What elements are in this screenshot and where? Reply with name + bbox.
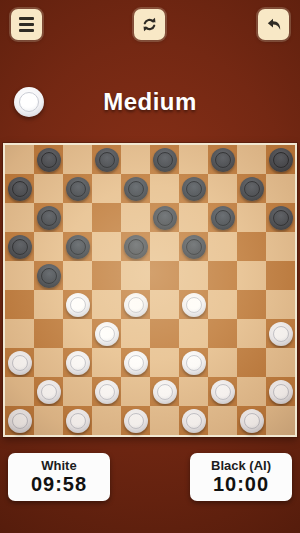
square-30[interactable]	[237, 290, 266, 319]
square-38[interactable]	[121, 348, 150, 377]
square-34[interactable]	[208, 319, 237, 348]
light-square	[92, 348, 121, 377]
light-square	[150, 174, 179, 203]
light-square	[121, 319, 150, 348]
light-square	[34, 174, 63, 203]
light-square	[208, 232, 237, 261]
hamburger-icon	[19, 17, 34, 32]
square-43[interactable]	[150, 377, 179, 406]
light-square	[92, 232, 121, 261]
light-square	[237, 377, 266, 406]
black-man[interactable]	[37, 206, 61, 230]
black-man[interactable]	[37, 148, 61, 172]
white-man[interactable]	[182, 351, 206, 375]
square-35[interactable]	[266, 319, 295, 348]
black-man[interactable]	[182, 177, 206, 201]
square-46[interactable]	[5, 406, 34, 435]
square-14[interactable]	[208, 203, 237, 232]
square-15[interactable]	[266, 203, 295, 232]
square-13[interactable]	[150, 203, 179, 232]
square-21[interactable]	[34, 261, 63, 290]
board-frame	[3, 143, 297, 437]
light-square	[63, 377, 92, 406]
white-man[interactable]	[182, 409, 206, 433]
difficulty-title: Medium	[0, 88, 300, 116]
square-33[interactable]	[150, 319, 179, 348]
white-clock-label: White	[41, 459, 76, 473]
light-square	[150, 232, 179, 261]
square-10[interactable]	[237, 174, 266, 203]
square-6[interactable]	[5, 174, 34, 203]
white-man[interactable]	[269, 380, 293, 404]
black-man[interactable]	[182, 235, 206, 259]
white-clock: White 09:58	[8, 453, 110, 501]
checkers-board	[5, 145, 295, 435]
square-48[interactable]	[121, 406, 150, 435]
square-4[interactable]	[208, 145, 237, 174]
square-31[interactable]	[34, 319, 63, 348]
black-man[interactable]	[153, 206, 177, 230]
undo-arrow-icon	[264, 15, 284, 35]
square-37[interactable]	[63, 348, 92, 377]
square-11[interactable]	[34, 203, 63, 232]
light-square	[34, 348, 63, 377]
app-background: Medium White 09:58 Black (AI) 10:00	[0, 0, 300, 533]
light-square	[179, 261, 208, 290]
light-square	[63, 145, 92, 174]
square-45[interactable]	[266, 377, 295, 406]
light-square	[237, 261, 266, 290]
light-square	[237, 203, 266, 232]
light-square	[237, 319, 266, 348]
black-man[interactable]	[66, 235, 90, 259]
square-12[interactable]	[92, 203, 121, 232]
square-49[interactable]	[179, 406, 208, 435]
square-50[interactable]	[237, 406, 266, 435]
light-square	[179, 145, 208, 174]
white-man[interactable]	[66, 293, 90, 317]
light-square	[63, 319, 92, 348]
black-man[interactable]	[37, 264, 61, 288]
square-29[interactable]	[179, 290, 208, 319]
light-square	[34, 406, 63, 435]
square-9[interactable]	[179, 174, 208, 203]
white-man[interactable]	[182, 293, 206, 317]
white-man[interactable]	[124, 293, 148, 317]
square-42[interactable]	[92, 377, 121, 406]
light-square	[208, 174, 237, 203]
light-square	[5, 377, 34, 406]
black-man[interactable]	[211, 206, 235, 230]
black-man[interactable]	[269, 148, 293, 172]
light-square	[237, 145, 266, 174]
light-square	[34, 232, 63, 261]
light-square	[121, 261, 150, 290]
square-47[interactable]	[63, 406, 92, 435]
white-man[interactable]	[66, 351, 90, 375]
white-man[interactable]	[8, 409, 32, 433]
white-man[interactable]	[95, 380, 119, 404]
square-40[interactable]	[237, 348, 266, 377]
light-square	[121, 145, 150, 174]
black-man[interactable]	[269, 206, 293, 230]
square-8[interactable]	[121, 174, 150, 203]
square-24[interactable]	[208, 261, 237, 290]
white-man[interactable]	[37, 380, 61, 404]
light-square	[179, 319, 208, 348]
black-clock-time: 10:00	[213, 474, 269, 495]
restart-button[interactable]	[134, 9, 165, 40]
square-22[interactable]	[92, 261, 121, 290]
square-44[interactable]	[208, 377, 237, 406]
light-square	[179, 377, 208, 406]
light-square	[266, 290, 295, 319]
square-5[interactable]	[266, 145, 295, 174]
light-square	[179, 203, 208, 232]
light-square	[208, 348, 237, 377]
square-1[interactable]	[34, 145, 63, 174]
white-man[interactable]	[66, 409, 90, 433]
square-18[interactable]	[121, 232, 150, 261]
light-square	[34, 290, 63, 319]
black-man[interactable]	[240, 177, 264, 201]
square-7[interactable]	[63, 174, 92, 203]
light-square	[150, 348, 179, 377]
light-square	[266, 348, 295, 377]
square-39[interactable]	[179, 348, 208, 377]
light-square	[63, 203, 92, 232]
white-man[interactable]	[240, 409, 264, 433]
light-square	[5, 145, 34, 174]
square-20[interactable]	[237, 232, 266, 261]
light-square	[5, 261, 34, 290]
white-man[interactable]	[211, 380, 235, 404]
white-man[interactable]	[269, 322, 293, 346]
black-clock-label: Black (AI)	[211, 459, 271, 473]
black-man[interactable]	[153, 148, 177, 172]
light-square	[92, 290, 121, 319]
square-19[interactable]	[179, 232, 208, 261]
light-square	[266, 174, 295, 203]
refresh-icon	[140, 15, 159, 34]
undo-button[interactable]	[258, 9, 289, 40]
white-man[interactable]	[124, 351, 148, 375]
black-man[interactable]	[8, 235, 32, 259]
square-25[interactable]	[266, 261, 295, 290]
square-17[interactable]	[63, 232, 92, 261]
light-square	[5, 203, 34, 232]
black-man[interactable]	[124, 235, 148, 259]
square-16[interactable]	[5, 232, 34, 261]
square-36[interactable]	[5, 348, 34, 377]
white-man[interactable]	[153, 380, 177, 404]
menu-button[interactable]	[11, 9, 42, 40]
light-square	[150, 406, 179, 435]
light-square	[63, 261, 92, 290]
white-man[interactable]	[8, 351, 32, 375]
square-26[interactable]	[5, 290, 34, 319]
light-square	[92, 174, 121, 203]
light-square	[5, 319, 34, 348]
black-clock: Black (AI) 10:00	[190, 453, 292, 501]
square-2[interactable]	[92, 145, 121, 174]
black-man[interactable]	[211, 148, 235, 172]
light-square	[266, 406, 295, 435]
square-41[interactable]	[34, 377, 63, 406]
square-23[interactable]	[150, 261, 179, 290]
white-man[interactable]	[124, 409, 148, 433]
light-square	[208, 290, 237, 319]
light-square	[121, 377, 150, 406]
light-square	[121, 203, 150, 232]
black-man[interactable]	[124, 177, 148, 201]
square-27[interactable]	[63, 290, 92, 319]
light-square	[150, 290, 179, 319]
light-square	[266, 232, 295, 261]
white-clock-time: 09:58	[31, 474, 87, 495]
white-man[interactable]	[95, 322, 119, 346]
black-man[interactable]	[8, 177, 32, 201]
square-28[interactable]	[121, 290, 150, 319]
light-square	[208, 406, 237, 435]
black-man[interactable]	[95, 148, 119, 172]
black-man[interactable]	[66, 177, 90, 201]
square-32[interactable]	[92, 319, 121, 348]
square-3[interactable]	[150, 145, 179, 174]
light-square	[92, 406, 121, 435]
